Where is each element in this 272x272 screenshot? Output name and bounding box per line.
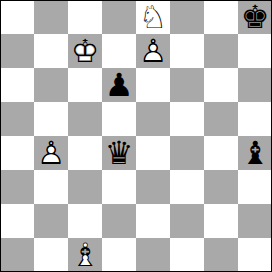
white-king-piece[interactable]: ♚♔ [68, 34, 102, 68]
square-a4[interactable] [0, 136, 34, 170]
square-e5[interactable] [136, 102, 170, 136]
square-d6[interactable]: ♟ [102, 68, 136, 102]
square-a6[interactable] [0, 68, 34, 102]
square-c6[interactable] [68, 68, 102, 102]
white-bishop-glyph: ♗ [68, 238, 102, 272]
square-a8[interactable] [0, 0, 34, 34]
square-a5[interactable] [0, 102, 34, 136]
square-b5[interactable] [34, 102, 68, 136]
square-c3[interactable] [68, 170, 102, 204]
square-h1[interactable] [238, 238, 272, 272]
square-c2[interactable] [68, 204, 102, 238]
square-f7[interactable] [170, 34, 204, 68]
chess-board: ♞♘♚♚♔♟♙♟♟♙♛♝♝♗ [0, 0, 272, 272]
white-pawn-piece[interactable]: ♟♙ [34, 136, 68, 170]
square-a2[interactable] [0, 204, 34, 238]
square-b4[interactable]: ♟♙ [34, 136, 68, 170]
square-d1[interactable] [102, 238, 136, 272]
square-f2[interactable] [170, 204, 204, 238]
square-g4[interactable] [204, 136, 238, 170]
white-bishop-piece[interactable]: ♝♗ [68, 238, 102, 272]
square-c7[interactable]: ♚♔ [68, 34, 102, 68]
square-h5[interactable] [238, 102, 272, 136]
black-queen-piece[interactable]: ♛ [102, 136, 136, 170]
square-g2[interactable] [204, 204, 238, 238]
square-h8[interactable]: ♚ [238, 0, 272, 34]
square-b3[interactable] [34, 170, 68, 204]
square-c1[interactable]: ♝♗ [68, 238, 102, 272]
black-bishop-piece[interactable]: ♝ [238, 136, 272, 170]
square-b1[interactable] [34, 238, 68, 272]
white-pawn-glyph: ♙ [34, 136, 68, 170]
square-f1[interactable] [170, 238, 204, 272]
square-b6[interactable] [34, 68, 68, 102]
black-bishop-glyph: ♝ [238, 136, 272, 170]
square-e4[interactable] [136, 136, 170, 170]
square-h3[interactable] [238, 170, 272, 204]
square-g6[interactable] [204, 68, 238, 102]
square-e6[interactable] [136, 68, 170, 102]
square-a3[interactable] [0, 170, 34, 204]
square-g1[interactable] [204, 238, 238, 272]
square-c4[interactable] [68, 136, 102, 170]
square-g7[interactable] [204, 34, 238, 68]
white-pawn-piece[interactable]: ♟♙ [136, 34, 170, 68]
square-e3[interactable] [136, 170, 170, 204]
square-e2[interactable] [136, 204, 170, 238]
square-f3[interactable] [170, 170, 204, 204]
square-e8[interactable]: ♞♘ [136, 0, 170, 34]
square-b8[interactable] [34, 0, 68, 34]
square-h4[interactable]: ♝ [238, 136, 272, 170]
square-d4[interactable]: ♛ [102, 136, 136, 170]
white-pawn-glyph: ♙ [136, 34, 170, 68]
white-knight-glyph: ♘ [136, 0, 170, 34]
square-g3[interactable] [204, 170, 238, 204]
square-g5[interactable] [204, 102, 238, 136]
square-d3[interactable] [102, 170, 136, 204]
square-f5[interactable] [170, 102, 204, 136]
square-f4[interactable] [170, 136, 204, 170]
square-c5[interactable] [68, 102, 102, 136]
square-c8[interactable] [68, 0, 102, 34]
square-e1[interactable] [136, 238, 170, 272]
square-h2[interactable] [238, 204, 272, 238]
square-b2[interactable] [34, 204, 68, 238]
square-d7[interactable] [102, 34, 136, 68]
square-d8[interactable] [102, 0, 136, 34]
square-g8[interactable] [204, 0, 238, 34]
square-d5[interactable] [102, 102, 136, 136]
square-b7[interactable] [34, 34, 68, 68]
square-a7[interactable] [0, 34, 34, 68]
white-king-glyph: ♔ [68, 34, 102, 68]
black-pawn-piece[interactable]: ♟ [102, 68, 136, 102]
square-h6[interactable] [238, 68, 272, 102]
white-knight-piece[interactable]: ♞♘ [136, 0, 170, 34]
square-h7[interactable] [238, 34, 272, 68]
black-pawn-glyph: ♟ [102, 68, 136, 102]
square-a1[interactable] [0, 238, 34, 272]
square-e7[interactable]: ♟♙ [136, 34, 170, 68]
chess-board-frame: ♞♘♚♚♔♟♙♟♟♙♛♝♝♗ [0, 0, 272, 272]
black-queen-glyph: ♛ [102, 136, 136, 170]
black-king-glyph: ♚ [238, 0, 272, 34]
square-f6[interactable] [170, 68, 204, 102]
square-f8[interactable] [170, 0, 204, 34]
black-king-piece[interactable]: ♚ [238, 0, 272, 34]
square-d2[interactable] [102, 204, 136, 238]
